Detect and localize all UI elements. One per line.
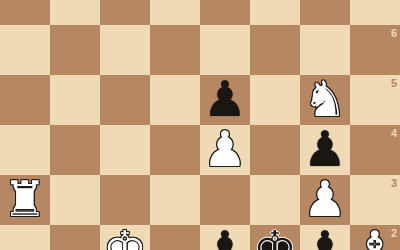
rank-label-6: 6 <box>391 27 397 39</box>
square-f5[interactable] <box>250 75 300 125</box>
square-d7[interactable] <box>150 0 200 25</box>
square-f6[interactable] <box>250 25 300 75</box>
square-h5[interactable]: 5 <box>350 75 400 125</box>
square-b2[interactable] <box>50 225 100 250</box>
square-e4[interactable]: ♟ <box>200 125 250 175</box>
square-f7[interactable] <box>250 0 300 25</box>
piece-white-king-c2[interactable]: ♚ <box>103 225 147 250</box>
piece-black-pawn-e2[interactable]: ♟ <box>203 225 247 250</box>
square-b4[interactable] <box>50 125 100 175</box>
square-e6[interactable] <box>200 25 250 75</box>
square-g4[interactable]: ♟ <box>300 125 350 175</box>
square-b5[interactable] <box>50 75 100 125</box>
square-a7[interactable] <box>0 0 50 25</box>
square-a3[interactable]: ♜ <box>0 175 50 225</box>
square-d4[interactable] <box>150 125 200 175</box>
square-h4[interactable]: 4 <box>350 125 400 175</box>
square-g3[interactable]: ♟ <box>300 175 350 225</box>
piece-white-pawn-e4[interactable]: ♟ <box>203 125 247 175</box>
square-a6[interactable] <box>0 25 50 75</box>
rank-label-2: 2 <box>391 227 397 239</box>
square-c3[interactable] <box>100 175 150 225</box>
square-e7[interactable] <box>200 0 250 25</box>
square-b3[interactable] <box>50 175 100 225</box>
square-c2[interactable]: ♚ <box>100 225 150 250</box>
piece-white-knight-g5[interactable]: ♞ <box>303 75 347 125</box>
square-h6[interactable]: 6 <box>350 25 400 75</box>
square-b7[interactable] <box>50 0 100 25</box>
square-d6[interactable] <box>150 25 200 75</box>
square-g7[interactable] <box>300 0 350 25</box>
square-e5[interactable]: ♟ <box>200 75 250 125</box>
square-h3[interactable]: 3 <box>350 175 400 225</box>
square-f4[interactable] <box>250 125 300 175</box>
square-f3[interactable] <box>250 175 300 225</box>
piece-white-pawn-g3[interactable]: ♟ <box>303 175 347 225</box>
square-a5[interactable] <box>0 75 50 125</box>
piece-black-pawn-g2[interactable]: ♟ <box>303 225 347 250</box>
rank-label-3: 3 <box>391 177 397 189</box>
rank-label-5: 5 <box>391 77 397 89</box>
rank-label-4: 4 <box>391 127 397 139</box>
square-b6[interactable] <box>50 25 100 75</box>
square-d5[interactable] <box>150 75 200 125</box>
square-c5[interactable] <box>100 75 150 125</box>
square-g2[interactable]: ♟ <box>300 225 350 250</box>
square-c6[interactable] <box>100 25 150 75</box>
square-a4[interactable] <box>0 125 50 175</box>
chessboard-viewport: 6♟♞5♟♟4♜♟3♚♟♚♟2♝ <box>0 0 400 250</box>
square-g6[interactable] <box>300 25 350 75</box>
square-c7[interactable] <box>100 0 150 25</box>
square-h2[interactable]: 2♝ <box>350 225 400 250</box>
square-e2[interactable]: ♟ <box>200 225 250 250</box>
piece-black-pawn-e5[interactable]: ♟ <box>203 75 247 125</box>
square-a2[interactable] <box>0 225 50 250</box>
piece-black-pawn-g4[interactable]: ♟ <box>303 125 347 175</box>
square-h7[interactable] <box>350 0 400 25</box>
piece-black-king-f2[interactable]: ♚ <box>253 225 297 250</box>
square-g5[interactable]: ♞ <box>300 75 350 125</box>
piece-white-rook-a3[interactable]: ♜ <box>3 175 47 225</box>
square-c4[interactable] <box>100 125 150 175</box>
chessboard: 6♟♞5♟♟4♜♟3♚♟♚♟2♝ <box>0 0 400 250</box>
square-e3[interactable] <box>200 175 250 225</box>
square-f2[interactable]: ♚ <box>250 225 300 250</box>
square-d2[interactable] <box>150 225 200 250</box>
square-d3[interactable] <box>150 175 200 225</box>
